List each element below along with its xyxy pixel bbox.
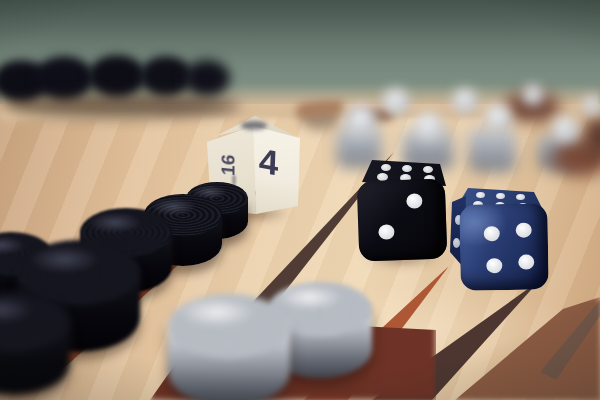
die-pip bbox=[486, 258, 502, 273]
black-checker-foreground[interactable] bbox=[0, 292, 70, 395]
die-pip bbox=[516, 194, 525, 200]
die-pip bbox=[518, 254, 534, 269]
die-pip bbox=[484, 226, 500, 241]
die-pip bbox=[406, 193, 423, 209]
die-pip bbox=[496, 193, 505, 199]
die-pip bbox=[476, 192, 485, 198]
die-pip bbox=[378, 224, 395, 240]
die-pip bbox=[381, 164, 391, 171]
blue-die-front-face bbox=[459, 203, 548, 291]
silver-checker-blurred[interactable] bbox=[414, 112, 444, 142]
doubling-cube-value-16: 16 bbox=[218, 153, 240, 176]
silver-checker-blurred[interactable] bbox=[484, 104, 512, 132]
silver-checker-blurred[interactable] bbox=[582, 96, 600, 116]
far-checker-shadow bbox=[0, 94, 240, 118]
silver-checker-blurred[interactable] bbox=[344, 104, 378, 138]
die-pip bbox=[516, 223, 532, 238]
die-pip bbox=[402, 165, 412, 172]
black-die-front-face bbox=[357, 178, 448, 261]
black-checker-blurred[interactable] bbox=[34, 56, 94, 100]
black-checker-blurred[interactable] bbox=[184, 60, 230, 96]
cube-top-marking bbox=[241, 121, 267, 130]
silver-checker-blurred[interactable] bbox=[522, 84, 544, 106]
blue-die[interactable] bbox=[450, 182, 552, 294]
silver-checker-1[interactable] bbox=[168, 294, 290, 400]
silver-checker-blurred[interactable] bbox=[552, 116, 578, 142]
die-pip bbox=[423, 166, 433, 173]
silver-checker-blurred[interactable] bbox=[452, 88, 478, 114]
doubling-cube-value-4: 4 bbox=[258, 140, 279, 183]
silver-stack-blurred[interactable] bbox=[468, 128, 516, 172]
black-checker-blurred[interactable] bbox=[88, 55, 146, 97]
black-die[interactable] bbox=[354, 156, 450, 266]
backgammon-photo: 16 4 bbox=[0, 0, 600, 400]
silver-checker-blurred[interactable] bbox=[382, 88, 410, 116]
checker-top bbox=[168, 294, 290, 359]
